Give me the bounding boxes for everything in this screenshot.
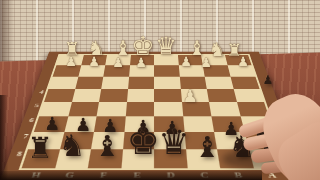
chess-photo-scene: HGFEDCBA45678 ♜♞♝♛♝♚♞♜♟♟♟♟♟♟♟♟♟♟♟♟♟♟♟♚♛♞… <box>0 0 320 180</box>
player-hand <box>0 0 320 180</box>
